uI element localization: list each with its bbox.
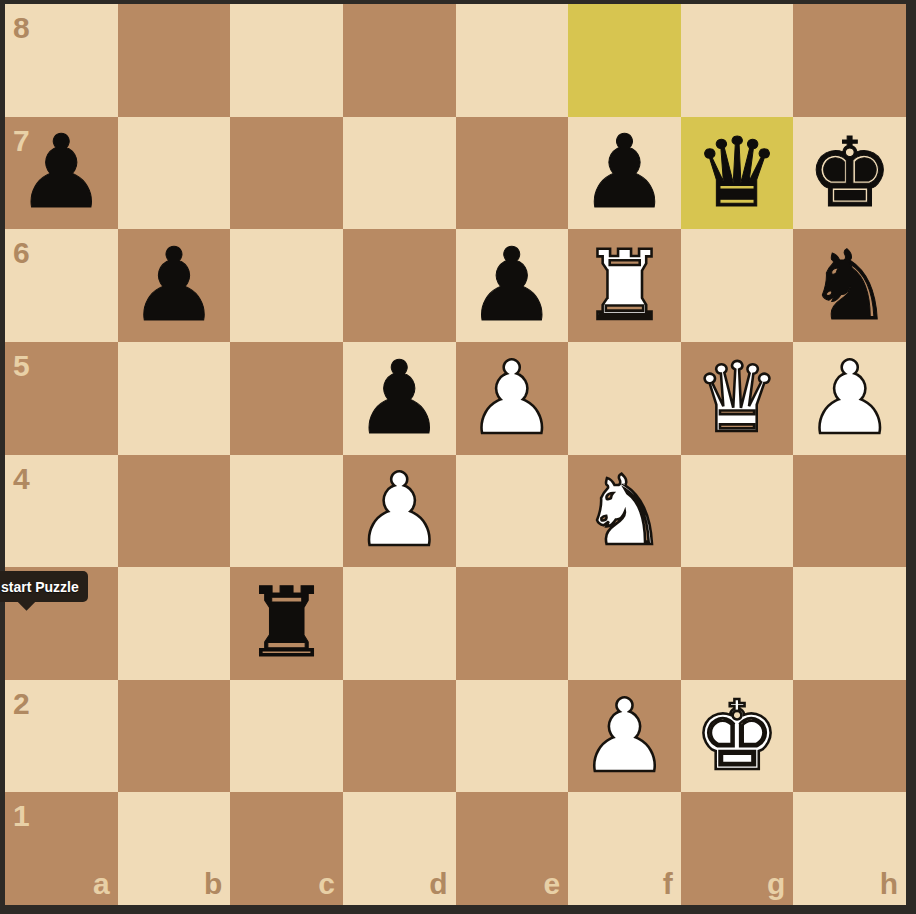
square-d4[interactable]: ♟ bbox=[343, 455, 456, 568]
white-pawn[interactable]: ♟ bbox=[456, 342, 569, 455]
square-g8[interactable] bbox=[681, 4, 794, 117]
file-label-d: d bbox=[429, 869, 447, 899]
square-a2[interactable]: 2 bbox=[5, 680, 118, 793]
square-h8[interactable] bbox=[793, 4, 906, 117]
square-h1[interactable]: h bbox=[793, 792, 906, 905]
rank-label-1: 1 bbox=[13, 801, 30, 831]
white-pawn[interactable]: ♟ bbox=[793, 342, 906, 455]
black-queen[interactable]: ♛ bbox=[681, 117, 794, 230]
square-g2[interactable]: ♚ bbox=[681, 680, 794, 793]
square-b7[interactable] bbox=[118, 117, 231, 230]
square-g4[interactable] bbox=[681, 455, 794, 568]
square-f8[interactable] bbox=[568, 4, 681, 117]
square-e8[interactable] bbox=[456, 4, 569, 117]
square-a4[interactable]: 4 bbox=[5, 455, 118, 568]
black-pawn[interactable]: ♟ bbox=[5, 117, 118, 230]
white-pawn[interactable]: ♟ bbox=[568, 680, 681, 793]
black-rook[interactable]: ♜ bbox=[230, 567, 343, 680]
white-king[interactable]: ♚ bbox=[681, 680, 794, 793]
square-c4[interactable] bbox=[230, 455, 343, 568]
file-label-g: g bbox=[767, 869, 785, 899]
square-a5[interactable]: 5 bbox=[5, 342, 118, 455]
chess-board: 87♟♟♛♚6♟♟♜♞5♟♟♛♟4♟♞3♜2♟♚1abcdefgh bbox=[5, 4, 906, 905]
file-label-a: a bbox=[93, 869, 110, 899]
black-pawn[interactable]: ♟ bbox=[343, 342, 456, 455]
square-g5[interactable]: ♛ bbox=[681, 342, 794, 455]
restart-puzzle-tooltip-label: start Puzzle bbox=[1, 579, 79, 595]
black-pawn[interactable]: ♟ bbox=[118, 229, 231, 342]
square-c7[interactable] bbox=[230, 117, 343, 230]
black-knight[interactable]: ♞ bbox=[793, 229, 906, 342]
rank-label-8: 8 bbox=[13, 13, 30, 43]
square-c5[interactable] bbox=[230, 342, 343, 455]
square-b2[interactable] bbox=[118, 680, 231, 793]
white-queen[interactable]: ♛ bbox=[681, 342, 794, 455]
square-f4[interactable]: ♞ bbox=[568, 455, 681, 568]
file-label-e: e bbox=[543, 869, 560, 899]
square-b6[interactable]: ♟ bbox=[118, 229, 231, 342]
square-e7[interactable] bbox=[456, 117, 569, 230]
file-label-h: h bbox=[880, 869, 898, 899]
square-d8[interactable] bbox=[343, 4, 456, 117]
square-h7[interactable]: ♚ bbox=[793, 117, 906, 230]
restart-puzzle-tooltip: start Puzzle bbox=[0, 571, 88, 602]
rank-label-4: 4 bbox=[13, 464, 30, 494]
square-d3[interactable] bbox=[343, 567, 456, 680]
white-pawn[interactable]: ♟ bbox=[343, 455, 456, 568]
square-h3[interactable] bbox=[793, 567, 906, 680]
square-f6[interactable]: ♜ bbox=[568, 229, 681, 342]
square-f1[interactable]: f bbox=[568, 792, 681, 905]
square-c1[interactable]: c bbox=[230, 792, 343, 905]
rank-label-6: 6 bbox=[13, 238, 30, 268]
square-e1[interactable]: e bbox=[456, 792, 569, 905]
square-b4[interactable] bbox=[118, 455, 231, 568]
square-e6[interactable]: ♟ bbox=[456, 229, 569, 342]
black-pawn[interactable]: ♟ bbox=[568, 117, 681, 230]
square-h2[interactable] bbox=[793, 680, 906, 793]
square-e4[interactable] bbox=[456, 455, 569, 568]
white-rook[interactable]: ♜ bbox=[568, 229, 681, 342]
square-b3[interactable] bbox=[118, 567, 231, 680]
square-a8[interactable]: 8 bbox=[5, 4, 118, 117]
square-d6[interactable] bbox=[343, 229, 456, 342]
puzzle-screen: 87♟♟♛♚6♟♟♜♞5♟♟♛♟4♟♞3♜2♟♚1abcdefgh start … bbox=[0, 0, 916, 914]
rank-label-5: 5 bbox=[13, 351, 30, 381]
square-g7[interactable]: ♛ bbox=[681, 117, 794, 230]
file-label-b: b bbox=[204, 869, 222, 899]
square-f7[interactable]: ♟ bbox=[568, 117, 681, 230]
square-b5[interactable] bbox=[118, 342, 231, 455]
square-f2[interactable]: ♟ bbox=[568, 680, 681, 793]
square-c3[interactable]: ♜ bbox=[230, 567, 343, 680]
square-b1[interactable]: b bbox=[118, 792, 231, 905]
square-a1[interactable]: 1a bbox=[5, 792, 118, 905]
square-h5[interactable]: ♟ bbox=[793, 342, 906, 455]
square-e2[interactable] bbox=[456, 680, 569, 793]
square-d1[interactable]: d bbox=[343, 792, 456, 905]
square-e3[interactable] bbox=[456, 567, 569, 680]
square-f5[interactable] bbox=[568, 342, 681, 455]
file-label-f: f bbox=[663, 869, 673, 899]
square-e5[interactable]: ♟ bbox=[456, 342, 569, 455]
square-d2[interactable] bbox=[343, 680, 456, 793]
black-king[interactable]: ♚ bbox=[793, 117, 906, 230]
rank-label-2: 2 bbox=[13, 689, 30, 719]
square-h6[interactable]: ♞ bbox=[793, 229, 906, 342]
square-g6[interactable] bbox=[681, 229, 794, 342]
square-h4[interactable] bbox=[793, 455, 906, 568]
square-g3[interactable] bbox=[681, 567, 794, 680]
square-b8[interactable] bbox=[118, 4, 231, 117]
square-a6[interactable]: 6 bbox=[5, 229, 118, 342]
square-a7[interactable]: 7♟ bbox=[5, 117, 118, 230]
square-d5[interactable]: ♟ bbox=[343, 342, 456, 455]
file-label-c: c bbox=[318, 869, 335, 899]
white-knight[interactable]: ♞ bbox=[568, 455, 681, 568]
square-f3[interactable] bbox=[568, 567, 681, 680]
square-g1[interactable]: g bbox=[681, 792, 794, 905]
square-c8[interactable] bbox=[230, 4, 343, 117]
black-pawn[interactable]: ♟ bbox=[456, 229, 569, 342]
square-c2[interactable] bbox=[230, 680, 343, 793]
square-d7[interactable] bbox=[343, 117, 456, 230]
square-c6[interactable] bbox=[230, 229, 343, 342]
